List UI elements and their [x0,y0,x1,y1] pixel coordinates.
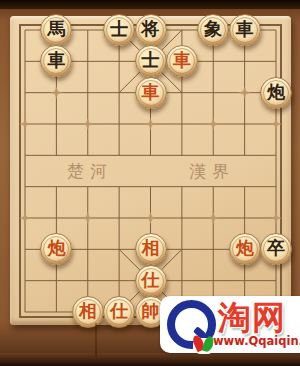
piece-red-elephant[interactable]: 相 [72,296,104,328]
piece-red-cannon[interactable]: 炮 [229,233,261,265]
piece-glyph: 仕 [110,302,128,320]
piece-red-advisor[interactable]: 仕 [103,296,135,328]
watermark: 淘网 www.Qqaiqin.com [160,296,300,353]
piece-glyph: 卒 [267,239,285,257]
piece-red-chariot[interactable]: 車 [135,77,167,109]
q-logo-icon [167,300,216,349]
point-marker [145,212,157,224]
piece-black-advisor[interactable]: 士 [135,45,167,77]
piece-glyph: 炮 [47,239,65,257]
piece-red-chariot[interactable]: 車 [166,45,198,77]
bottom-frame-edge [0,353,300,366]
piece-glyph: 帥 [142,302,160,320]
piece-glyph: 車 [236,20,254,38]
top-frame-edge [0,0,300,9]
piece-glyph: 相 [142,239,160,257]
river-label-right: 漢界 [189,161,235,181]
point-marker [239,87,251,99]
piece-glyph: 士 [142,51,160,69]
piece-black-chariot[interactable]: 車 [229,14,261,46]
xiangqi-app-window: 楚河 漢界 馬士将象車車士車車炮炮相炮卒仕相仕帥 淘网 www.Qqaiqin.… [0,0,300,366]
piece-glyph: 車 [173,51,191,69]
piece-glyph: 車 [142,83,160,101]
piece-glyph: 車 [47,51,65,69]
piece-black-advisor[interactable]: 士 [103,14,135,46]
piece-black-cannon[interactable]: 炮 [260,77,292,109]
point-marker [50,87,62,99]
piece-red-elephant[interactable]: 相 [135,233,167,265]
point-marker [207,212,219,224]
piece-black-general[interactable]: 将 [135,14,167,46]
river-label-left: 楚河 [67,161,113,181]
wood-seam [95,323,97,357]
point-marker [145,118,157,130]
point-marker [82,118,94,130]
piece-glyph: 士 [110,20,128,38]
piece-red-advisor[interactable]: 仕 [135,265,167,297]
piece-glyph: 仕 [142,271,160,289]
piece-black-elephant[interactable]: 象 [197,14,229,46]
watermark-url: www.Qqaiqin.com [213,334,300,348]
piece-glyph: 象 [204,20,222,38]
piece-glyph: 馬 [47,20,65,38]
point-marker [82,212,94,224]
point-marker [207,118,219,130]
piece-glyph: 炮 [236,239,254,257]
piece-glyph: 相 [79,302,97,320]
piece-glyph: 将 [142,20,160,38]
piece-glyph: 炮 [267,83,285,101]
